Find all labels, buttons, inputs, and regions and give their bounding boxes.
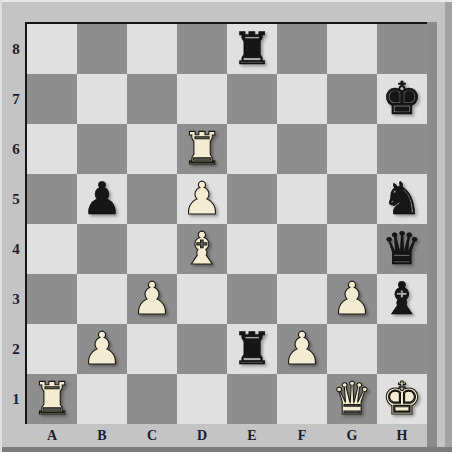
square-b6[interactable] — [77, 124, 127, 174]
file-label-e: E — [227, 426, 277, 446]
square-e8[interactable]: ♜ — [227, 24, 277, 74]
file-label-g: G — [327, 426, 377, 446]
white-rook[interactable]: ♜ — [32, 376, 72, 421]
square-f6[interactable] — [277, 124, 327, 174]
square-h7[interactable]: ♚ — [377, 74, 427, 124]
rank-label-5: 5 — [6, 174, 26, 224]
rank-label-2: 2 — [6, 324, 26, 374]
black-rook[interactable]: ♜ — [232, 26, 272, 71]
white-rook[interactable]: ♜ — [182, 126, 222, 171]
square-b3[interactable] — [77, 274, 127, 324]
rank-label-8: 8 — [6, 24, 26, 74]
square-e6[interactable] — [227, 124, 277, 174]
square-b4[interactable] — [77, 224, 127, 274]
square-b7[interactable] — [77, 74, 127, 124]
window-bevel-right — [445, 0, 452, 452]
square-g3[interactable]: ♟ — [327, 274, 377, 324]
square-g5[interactable] — [327, 174, 377, 224]
square-a8[interactable] — [27, 24, 77, 74]
white-king[interactable]: ♚ — [382, 376, 422, 421]
white-pawn[interactable]: ♟ — [332, 276, 372, 321]
square-d8[interactable] — [177, 24, 227, 74]
square-h4[interactable]: ♛ — [377, 224, 427, 274]
square-g4[interactable] — [327, 224, 377, 274]
white-bishop[interactable]: ♝ — [182, 226, 222, 271]
square-b5[interactable]: ♟ — [77, 174, 127, 224]
square-g6[interactable] — [327, 124, 377, 174]
rank-label-3: 3 — [6, 274, 26, 324]
square-a2[interactable] — [27, 324, 77, 374]
rank-label-4: 4 — [6, 224, 26, 274]
white-pawn[interactable]: ♟ — [282, 326, 322, 371]
black-pawn[interactable]: ♟ — [82, 176, 122, 221]
square-f1[interactable] — [277, 374, 327, 424]
square-d2[interactable] — [177, 324, 227, 374]
square-c5[interactable] — [127, 174, 177, 224]
square-f2[interactable]: ♟ — [277, 324, 327, 374]
square-a6[interactable] — [27, 124, 77, 174]
square-g1[interactable]: ♛ — [327, 374, 377, 424]
square-d3[interactable] — [177, 274, 227, 324]
square-f7[interactable] — [277, 74, 327, 124]
square-f3[interactable] — [277, 274, 327, 324]
square-c2[interactable] — [127, 324, 177, 374]
square-h3[interactable]: ♝ — [377, 274, 427, 324]
square-d5[interactable]: ♟ — [177, 174, 227, 224]
square-c3[interactable]: ♟ — [127, 274, 177, 324]
square-e2[interactable]: ♜ — [227, 324, 277, 374]
chess-diagram-window: ♜♚♜♟♟♞♝♛♟♟♝♟♜♟♜♛♚ 87654321 ABCDEFGH — [0, 0, 452, 452]
file-label-a: A — [27, 426, 77, 446]
square-b2[interactable]: ♟ — [77, 324, 127, 374]
square-c1[interactable] — [127, 374, 177, 424]
square-a5[interactable] — [27, 174, 77, 224]
square-a4[interactable] — [27, 224, 77, 274]
window-bevel-bottom — [0, 447, 452, 452]
square-e3[interactable] — [227, 274, 277, 324]
square-b8[interactable] — [77, 24, 127, 74]
square-h6[interactable] — [377, 124, 427, 174]
square-d6[interactable]: ♜ — [177, 124, 227, 174]
square-h1[interactable]: ♚ — [377, 374, 427, 424]
square-c8[interactable] — [127, 24, 177, 74]
square-c4[interactable] — [127, 224, 177, 274]
square-f4[interactable] — [277, 224, 327, 274]
white-pawn[interactable]: ♟ — [82, 326, 122, 371]
square-e4[interactable] — [227, 224, 277, 274]
black-knight[interactable]: ♞ — [382, 176, 422, 221]
file-label-f: F — [277, 426, 327, 446]
rank-label-1: 1 — [6, 374, 26, 424]
square-c6[interactable] — [127, 124, 177, 174]
square-f5[interactable] — [277, 174, 327, 224]
square-h8[interactable] — [377, 24, 427, 74]
square-g8[interactable] — [327, 24, 377, 74]
square-d4[interactable]: ♝ — [177, 224, 227, 274]
file-label-c: C — [127, 426, 177, 446]
board-shadow — [427, 22, 437, 448]
square-e7[interactable] — [227, 74, 277, 124]
file-label-d: D — [177, 426, 227, 446]
square-e5[interactable] — [227, 174, 277, 224]
white-pawn[interactable]: ♟ — [132, 276, 172, 321]
square-a7[interactable] — [27, 74, 77, 124]
window-bevel-top — [0, 0, 452, 2]
black-king[interactable]: ♚ — [382, 76, 422, 121]
square-b1[interactable] — [77, 374, 127, 424]
square-e1[interactable] — [227, 374, 277, 424]
file-label-h: H — [377, 426, 427, 446]
black-queen[interactable]: ♛ — [382, 226, 422, 271]
square-c7[interactable] — [127, 74, 177, 124]
square-g7[interactable] — [327, 74, 377, 124]
black-bishop[interactable]: ♝ — [382, 276, 422, 321]
rank-label-6: 6 — [6, 124, 26, 174]
window-bevel-left — [0, 0, 2, 452]
black-rook[interactable]: ♜ — [232, 326, 272, 371]
square-g2[interactable] — [327, 324, 377, 374]
square-h2[interactable] — [377, 324, 427, 374]
square-d7[interactable] — [177, 74, 227, 124]
file-label-b: B — [77, 426, 127, 446]
square-h5[interactable]: ♞ — [377, 174, 427, 224]
square-f8[interactable] — [277, 24, 327, 74]
white-pawn[interactable]: ♟ — [182, 176, 222, 221]
white-queen[interactable]: ♛ — [332, 376, 372, 421]
square-d1[interactable] — [177, 374, 227, 424]
chess-board: ♜♚♜♟♟♞♝♛♟♟♝♟♜♟♜♛♚ — [25, 22, 427, 424]
rank-label-7: 7 — [6, 74, 26, 124]
square-a3[interactable] — [27, 274, 77, 324]
square-a1[interactable]: ♜ — [27, 374, 77, 424]
